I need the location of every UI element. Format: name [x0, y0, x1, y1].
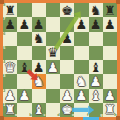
square-b4[interactable]: ♝: [17, 60, 31, 74]
piece-white-rook[interactable]: ♜: [4, 103, 16, 116]
piece-black-pawn[interactable]: ♟: [61, 32, 73, 45]
square-g2[interactable]: ♝: [89, 89, 103, 103]
rank-label: 5: [3, 46, 6, 50]
square-h2[interactable]: ♟: [103, 89, 117, 103]
piece-black-pawn[interactable]: ♟: [33, 18, 45, 31]
frame-corner: [0, 0, 4, 4]
square-d1[interactable]: d: [46, 103, 60, 117]
square-c8[interactable]: [32, 3, 46, 17]
bottom-blue-fragment: [83, 117, 99, 120]
square-c2[interactable]: [32, 89, 46, 103]
piece-black-pawn[interactable]: ♟: [33, 61, 45, 74]
square-a5[interactable]: 5: [3, 46, 17, 60]
piece-black-bishop[interactable]: ♝: [90, 61, 102, 74]
piece-black-pawn[interactable]: ♟: [4, 18, 16, 31]
piece-black-king[interactable]: ♚: [61, 4, 73, 17]
square-a8[interactable]: 8♜: [3, 3, 17, 17]
piece-white-knight[interactable]: ♞: [33, 75, 45, 88]
square-b3[interactable]: [17, 74, 31, 88]
square-f8[interactable]: [74, 3, 88, 17]
piece-black-knight[interactable]: ♞: [33, 32, 45, 45]
piece-white-queen[interactable]: ♛: [4, 61, 16, 74]
rank-label: 3: [3, 74, 6, 78]
piece-black-pawn[interactable]: ♟: [104, 18, 116, 31]
piece-white-pawn[interactable]: ♟: [47, 61, 59, 74]
square-b1[interactable]: b: [17, 103, 31, 117]
square-b8[interactable]: [17, 3, 31, 17]
piece-white-pawn[interactable]: ♟: [19, 89, 31, 102]
piece-white-knight[interactable]: ♞: [76, 75, 88, 88]
square-e8[interactable]: ♚: [60, 3, 74, 17]
square-h3[interactable]: [103, 74, 117, 88]
frame-corner: [116, 0, 120, 4]
square-a4[interactable]: 4♛: [3, 60, 17, 74]
square-h7[interactable]: ♟: [103, 17, 117, 31]
square-f2[interactable]: ♟: [74, 89, 88, 103]
piece-white-king[interactable]: ♚: [61, 103, 73, 116]
square-h5[interactable]: [103, 46, 117, 60]
square-f1[interactable]: f: [74, 103, 88, 117]
square-a7[interactable]: 7♟: [3, 17, 17, 31]
square-b2[interactable]: ♟: [17, 89, 31, 103]
square-e6[interactable]: ♟: [60, 32, 74, 46]
piece-white-pawn[interactable]: ♟: [104, 89, 116, 102]
piece-black-pawn[interactable]: ♟: [19, 18, 31, 31]
piece-white-pawn[interactable]: ♟: [76, 89, 88, 102]
rank-label: 6: [3, 32, 6, 36]
square-f7[interactable]: ♟: [74, 17, 88, 31]
piece-white-pawn[interactable]: ♟: [90, 75, 102, 88]
square-c6[interactable]: ♞: [32, 32, 46, 46]
square-d2[interactable]: [46, 89, 60, 103]
square-g8[interactable]: ♞: [89, 3, 103, 17]
board-window: 8♜♚♞♜7♟♟♟♟♟♟6♞♟5♛4♛♝♟♟♝3♞♞♟2♟♟♟♟♝♟1a♜bc♝…: [0, 0, 120, 120]
square-g7[interactable]: ♟: [89, 17, 103, 31]
square-e5[interactable]: [60, 46, 74, 60]
square-h1[interactable]: h♜: [103, 103, 117, 117]
square-d5[interactable]: ♛: [46, 46, 60, 60]
piece-black-bishop[interactable]: ♝: [19, 61, 31, 74]
square-g6[interactable]: [89, 32, 103, 46]
square-c5[interactable]: [32, 46, 46, 60]
piece-black-queen[interactable]: ♛: [47, 46, 59, 59]
square-a6[interactable]: 6: [3, 32, 17, 46]
square-f6[interactable]: [74, 32, 88, 46]
square-e2[interactable]: ♟: [60, 89, 74, 103]
piece-white-bishop[interactable]: ♝: [33, 103, 45, 116]
square-a1[interactable]: 1a♜: [3, 103, 17, 117]
square-c4[interactable]: ♟: [32, 60, 46, 74]
square-b5[interactable]: [17, 46, 31, 60]
piece-white-bishop[interactable]: ♝: [90, 89, 102, 102]
square-c3[interactable]: ♞: [32, 74, 46, 88]
frame-corner: [116, 116, 120, 120]
frame-corner: [0, 116, 4, 120]
square-e7[interactable]: [60, 17, 74, 31]
square-g1[interactable]: g: [89, 103, 103, 117]
piece-black-rook[interactable]: ♜: [4, 4, 16, 17]
square-d3[interactable]: [46, 74, 60, 88]
square-h6[interactable]: [103, 32, 117, 46]
piece-black-pawn[interactable]: ♟: [90, 18, 102, 31]
square-f3[interactable]: ♞: [74, 74, 88, 88]
piece-black-knight[interactable]: ♞: [90, 4, 102, 17]
piece-black-pawn[interactable]: ♟: [76, 18, 88, 31]
square-b6[interactable]: [17, 32, 31, 46]
square-h4[interactable]: [103, 60, 117, 74]
square-h8[interactable]: ♜: [103, 3, 117, 17]
square-e1[interactable]: e♚: [60, 103, 74, 117]
piece-white-rook[interactable]: ♜: [104, 103, 116, 116]
square-c1[interactable]: c♝: [32, 103, 46, 117]
square-g3[interactable]: ♟: [89, 74, 103, 88]
piece-white-pawn[interactable]: ♟: [61, 89, 73, 102]
square-d8[interactable]: [46, 3, 60, 17]
square-g5[interactable]: [89, 46, 103, 60]
square-e3[interactable]: [60, 74, 74, 88]
square-d6[interactable]: [46, 32, 60, 46]
square-g4[interactable]: ♝: [89, 60, 103, 74]
piece-white-pawn[interactable]: ♟: [4, 89, 16, 102]
square-e4[interactable]: [60, 60, 74, 74]
square-d7[interactable]: [46, 17, 60, 31]
square-a2[interactable]: 2♟: [3, 89, 17, 103]
square-f5[interactable]: [74, 46, 88, 60]
piece-black-rook[interactable]: ♜: [104, 4, 116, 17]
chess-board[interactable]: 8♜♚♞♜7♟♟♟♟♟♟6♞♟5♛4♛♝♟♟♝3♞♞♟2♟♟♟♟♝♟1a♜bc♝…: [3, 3, 117, 117]
square-a3[interactable]: 3: [3, 74, 17, 88]
square-b7[interactable]: ♟: [17, 17, 31, 31]
square-f4[interactable]: [74, 60, 88, 74]
square-c7[interactable]: ♟: [32, 17, 46, 31]
square-d4[interactable]: ♟: [46, 60, 60, 74]
